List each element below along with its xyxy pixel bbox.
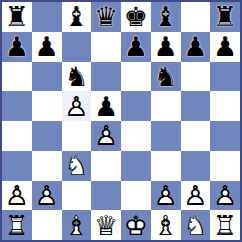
white-bishop-icon: ♗ <box>154 212 178 239</box>
square-c3[interactable]: ♞♘ <box>62 151 92 181</box>
piece-black-pawn[interactable]: ♟ <box>121 32 151 62</box>
piece-black-bishop[interactable]: ♝ <box>151 2 181 32</box>
square-g7[interactable]: ♟ <box>181 32 211 62</box>
square-e1[interactable]: ♚♔ <box>121 210 151 240</box>
square-c6[interactable]: ♞ <box>62 62 92 92</box>
piece-white-pawn[interactable]: ♟♙ <box>181 181 211 211</box>
black-pawn-icon: ♟ <box>5 33 29 60</box>
piece-black-queen[interactable]: ♛ <box>91 2 121 32</box>
piece-white-pawn[interactable]: ♟♙ <box>151 181 181 211</box>
square-c8[interactable]: ♝ <box>62 2 92 32</box>
square-f7[interactable]: ♟ <box>151 32 181 62</box>
square-g2[interactable]: ♟♙ <box>181 181 211 211</box>
square-f4[interactable] <box>151 121 181 151</box>
square-h1[interactable]: ♜♖ <box>210 210 240 240</box>
piece-white-rook[interactable]: ♜♖ <box>210 210 240 240</box>
black-pawn-icon: ♟ <box>35 33 59 60</box>
white-pawn-icon: ♙ <box>5 182 29 209</box>
chess-board: ♜♝♛♚♝♜♟♟♟♟♟♟♞♞♟♙♟♟♙♞♘♟♙♟♙♟♙♟♙♟♙♜♖♝♗♛♕♚♔♝… <box>0 0 242 242</box>
piece-white-rook[interactable]: ♜♖ <box>2 210 32 240</box>
white-rook-icon: ♖ <box>5 212 29 239</box>
square-g5[interactable] <box>181 91 211 121</box>
piece-white-knight[interactable]: ♞♘ <box>181 210 211 240</box>
square-h5[interactable] <box>210 91 240 121</box>
square-e4[interactable] <box>121 121 151 151</box>
square-b7[interactable]: ♟ <box>32 32 62 62</box>
square-c1[interactable]: ♝♗ <box>62 210 92 240</box>
piece-black-pawn[interactable]: ♟ <box>181 32 211 62</box>
piece-black-rook[interactable]: ♜ <box>210 2 240 32</box>
black-pawn-icon: ♟ <box>94 93 118 120</box>
piece-white-bishop[interactable]: ♝♗ <box>151 210 181 240</box>
black-bishop-icon: ♝ <box>64 3 88 30</box>
piece-black-knight[interactable]: ♞ <box>62 62 92 92</box>
square-d8[interactable]: ♛ <box>91 2 121 32</box>
black-rook-icon: ♜ <box>5 3 29 30</box>
square-c7[interactable] <box>62 32 92 62</box>
square-h7[interactable]: ♟ <box>210 32 240 62</box>
piece-white-pawn[interactable]: ♟♙ <box>210 181 240 211</box>
square-a6[interactable] <box>2 62 32 92</box>
square-e8[interactable]: ♚ <box>121 2 151 32</box>
white-pawn-icon: ♙ <box>35 182 59 209</box>
white-pawn-icon: ♙ <box>213 182 237 209</box>
square-c5[interactable]: ♟♙ <box>62 91 92 121</box>
piece-white-knight[interactable]: ♞♘ <box>62 151 92 181</box>
square-e7[interactable]: ♟ <box>121 32 151 62</box>
square-d3[interactable] <box>91 151 121 181</box>
piece-white-king[interactable]: ♚♔ <box>121 210 151 240</box>
square-g8[interactable] <box>181 2 211 32</box>
piece-white-queen[interactable]: ♛♕ <box>91 210 121 240</box>
square-b5[interactable] <box>32 91 62 121</box>
square-d7[interactable] <box>91 32 121 62</box>
piece-black-knight[interactable]: ♞ <box>151 62 181 92</box>
square-f8[interactable]: ♝ <box>151 2 181 32</box>
piece-black-pawn[interactable]: ♟ <box>151 32 181 62</box>
square-d5[interactable]: ♟ <box>91 91 121 121</box>
square-f2[interactable]: ♟♙ <box>151 181 181 211</box>
square-a7[interactable]: ♟ <box>2 32 32 62</box>
square-g6[interactable] <box>181 62 211 92</box>
piece-white-pawn[interactable]: ♟♙ <box>32 181 62 211</box>
square-b6[interactable] <box>32 62 62 92</box>
square-a2[interactable]: ♟♙ <box>2 181 32 211</box>
square-a3[interactable] <box>2 151 32 181</box>
square-f3[interactable] <box>151 151 181 181</box>
square-h6[interactable] <box>210 62 240 92</box>
square-h2[interactable]: ♟♙ <box>210 181 240 211</box>
square-h3[interactable] <box>210 151 240 181</box>
white-king-icon: ♔ <box>124 212 148 239</box>
white-pawn-icon: ♙ <box>183 182 207 209</box>
black-pawn-icon: ♟ <box>124 33 148 60</box>
square-e2[interactable] <box>121 181 151 211</box>
square-a8[interactable]: ♜ <box>2 2 32 32</box>
square-b8[interactable] <box>32 2 62 32</box>
white-bishop-icon: ♗ <box>64 212 88 239</box>
square-d1[interactable]: ♛♕ <box>91 210 121 240</box>
white-pawn-icon: ♙ <box>154 182 178 209</box>
square-f6[interactable]: ♞ <box>151 62 181 92</box>
square-e3[interactable] <box>121 151 151 181</box>
square-b2[interactable]: ♟♙ <box>32 181 62 211</box>
piece-black-rook[interactable]: ♜ <box>2 2 32 32</box>
white-rook-icon: ♖ <box>213 212 237 239</box>
square-a5[interactable] <box>2 91 32 121</box>
black-pawn-icon: ♟ <box>154 33 178 60</box>
white-knight-icon: ♘ <box>183 212 207 239</box>
white-pawn-icon: ♙ <box>94 122 118 149</box>
piece-black-pawn[interactable]: ♟ <box>2 32 32 62</box>
square-b1[interactable] <box>32 210 62 240</box>
square-h8[interactable]: ♜ <box>210 2 240 32</box>
square-d2[interactable] <box>91 181 121 211</box>
piece-black-bishop[interactable]: ♝ <box>62 2 92 32</box>
white-pawn-icon: ♙ <box>64 93 88 120</box>
piece-black-pawn[interactable]: ♟ <box>91 91 121 121</box>
square-b4[interactable] <box>32 121 62 151</box>
black-bishop-icon: ♝ <box>154 3 178 30</box>
piece-black-pawn[interactable]: ♟ <box>210 32 240 62</box>
square-a4[interactable] <box>2 121 32 151</box>
black-knight-icon: ♞ <box>154 63 178 90</box>
piece-black-king[interactable]: ♚ <box>121 2 151 32</box>
piece-white-pawn[interactable]: ♟♙ <box>62 91 92 121</box>
black-knight-icon: ♞ <box>64 63 88 90</box>
black-pawn-icon: ♟ <box>213 33 237 60</box>
square-f5[interactable] <box>151 91 181 121</box>
black-rook-icon: ♜ <box>213 3 237 30</box>
square-e6[interactable] <box>121 62 151 92</box>
square-d6[interactable] <box>91 62 121 92</box>
black-queen-icon: ♛ <box>94 3 118 30</box>
square-f1[interactable]: ♝♗ <box>151 210 181 240</box>
piece-white-bishop[interactable]: ♝♗ <box>62 210 92 240</box>
black-pawn-icon: ♟ <box>183 33 207 60</box>
square-h4[interactable] <box>210 121 240 151</box>
piece-black-pawn[interactable]: ♟ <box>32 32 62 62</box>
piece-white-pawn[interactable]: ♟♙ <box>2 181 32 211</box>
piece-white-pawn[interactable]: ♟♙ <box>91 121 121 151</box>
square-d4[interactable]: ♟♙ <box>91 121 121 151</box>
square-g1[interactable]: ♞♘ <box>181 210 211 240</box>
square-c2[interactable] <box>62 181 92 211</box>
black-king-icon: ♚ <box>124 3 148 30</box>
square-g3[interactable] <box>181 151 211 181</box>
square-c4[interactable] <box>62 121 92 151</box>
square-b3[interactable] <box>32 151 62 181</box>
white-queen-icon: ♕ <box>94 212 118 239</box>
white-knight-icon: ♘ <box>64 152 88 179</box>
square-a1[interactable]: ♜♖ <box>2 210 32 240</box>
square-e5[interactable] <box>121 91 151 121</box>
square-g4[interactable] <box>181 121 211 151</box>
